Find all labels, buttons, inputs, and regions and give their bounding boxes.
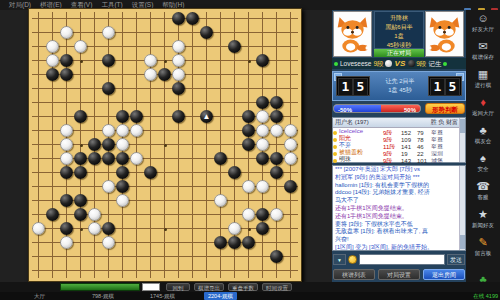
user-count-label: 用户名 (197) bbox=[335, 119, 369, 125]
toolbar-club-button[interactable]: ♣棋友会 bbox=[466, 122, 500, 150]
clock-digit: 1 bbox=[338, 78, 353, 96]
service-icon: ☎ bbox=[466, 178, 500, 194]
control-button-3[interactable]: 重盘手数 bbox=[228, 283, 258, 291]
user-list-scrollbar[interactable] bbox=[459, 118, 465, 162]
white-stone bbox=[256, 180, 269, 193]
toolbar-label: 新闻好友 bbox=[466, 222, 500, 229]
match-info-box: 升降棋黑贴6目半1盘45秒读秒 bbox=[374, 11, 424, 49]
toolbar-label: 棋谱保存 bbox=[466, 54, 500, 61]
menu-item[interactable]: 设置(S) bbox=[132, 1, 154, 8]
game-list-icon: ▦ bbox=[466, 66, 500, 82]
toolbar-message-button[interactable]: ✎留言板 bbox=[466, 234, 500, 262]
white-stone bbox=[284, 152, 297, 165]
white-stone bbox=[46, 54, 59, 67]
black-stone bbox=[60, 194, 73, 207]
white-stone bbox=[60, 138, 73, 151]
toolbar-label: 留言板 bbox=[466, 250, 500, 257]
black-stone bbox=[102, 138, 115, 151]
black-stone bbox=[158, 68, 171, 81]
taskbar-item-2[interactable]: 798-观棋 bbox=[88, 292, 118, 300]
white-stone bbox=[88, 222, 101, 235]
user-wins: 143 bbox=[401, 158, 417, 163]
control-button-4[interactable]: 时间设置 bbox=[262, 283, 292, 291]
star-point bbox=[248, 228, 251, 231]
star-point bbox=[164, 228, 167, 231]
star-point bbox=[164, 144, 167, 147]
chat-message: 兴奋! bbox=[335, 236, 465, 244]
user-list-header[interactable]: 用户名 (197) 胜 负 财富 bbox=[333, 118, 465, 128]
black-stone bbox=[88, 138, 101, 151]
white-stone bbox=[242, 208, 255, 221]
white-stone bbox=[284, 124, 297, 137]
bottom-tabs: 棋谱列表对局设置退出房间 bbox=[332, 268, 466, 281]
white-stone bbox=[242, 180, 255, 193]
black-stone bbox=[270, 110, 283, 123]
toolbar-shield-button[interactable]: ♠安全 bbox=[466, 150, 500, 178]
send-button[interactable]: 发送 bbox=[447, 254, 465, 265]
white-stone bbox=[60, 124, 73, 137]
white-stone bbox=[144, 54, 157, 67]
score-row: -50% 50% 形势判断 bbox=[332, 103, 466, 115]
white-stone bbox=[284, 138, 297, 151]
black-stone bbox=[214, 236, 227, 249]
black-stone bbox=[60, 166, 73, 179]
user-list-columns: 胜 负 财富 bbox=[431, 118, 458, 127]
white-stone bbox=[102, 236, 115, 249]
move-counter-box[interactable] bbox=[142, 283, 160, 291]
toolbar-game-list-button[interactable]: ▦进行棋 bbox=[466, 66, 500, 94]
black-stone bbox=[284, 180, 297, 193]
chat-input[interactable] bbox=[359, 254, 445, 265]
left-player-clock: 15 bbox=[336, 76, 370, 96]
toolbar-service-button[interactable]: ☎客服 bbox=[466, 178, 500, 206]
menu-item[interactable]: 帮助(H) bbox=[162, 1, 184, 8]
time-rule-line: 1盘 45秒 bbox=[373, 86, 427, 95]
user-losses: 101 bbox=[417, 158, 431, 163]
white-stone bbox=[270, 124, 283, 137]
user-row[interactable]: 不弃11段14146至尊 bbox=[333, 142, 465, 149]
right-player-avatar bbox=[425, 11, 464, 57]
right-online-dot bbox=[443, 62, 447, 66]
white-stone bbox=[144, 68, 157, 81]
chat-message: 还有1手棋1区间免提结束。 bbox=[335, 205, 465, 213]
black-stone bbox=[256, 96, 269, 109]
news-icon: ★ bbox=[466, 206, 500, 222]
toolbar-save-kifu-button[interactable]: ✉棋谱保存 bbox=[466, 38, 500, 66]
match-info-line: 升降棋 bbox=[375, 14, 423, 23]
control-button-2[interactable]: 棋谱导出 bbox=[194, 283, 224, 291]
left-player-rank: 9段 bbox=[373, 60, 383, 67]
chat-message: 马大不了 bbox=[335, 197, 465, 205]
clock-digit: 5 bbox=[353, 78, 368, 96]
chat-message: ddcoo [14段]: 兄弟姐妹才重要, 经济 bbox=[335, 189, 465, 197]
user-name: 阳光 bbox=[339, 135, 383, 142]
white-stone bbox=[214, 194, 227, 207]
save-kifu-icon: ✉ bbox=[466, 38, 500, 54]
white-stone bbox=[270, 208, 283, 221]
white-stone bbox=[74, 40, 87, 53]
taskbar-item-3[interactable]: 1745-观棋 bbox=[146, 292, 179, 300]
star-point bbox=[80, 144, 83, 147]
chat-lines: *** [2007年奥运] 宋大郎 [7段] vs村冠军 [9段] 的奥运对局开… bbox=[333, 166, 465, 252]
white-stone bbox=[172, 68, 185, 81]
black-stone bbox=[116, 152, 129, 165]
return-hall-icon: ♦ bbox=[466, 94, 500, 110]
right-player-rank: 9段 bbox=[416, 60, 426, 67]
timer-center-info: 让先 2目半 1盘 45秒 bbox=[373, 77, 427, 95]
taskbar: 在线 4199 大厅798-观棋1745-观棋2204-观棋 bbox=[0, 292, 500, 300]
star-point bbox=[80, 228, 83, 231]
white-stone bbox=[256, 110, 269, 123]
user-row[interactable]: 明珠9段143101城堡 bbox=[333, 156, 465, 163]
black-stone bbox=[256, 152, 269, 165]
white-stone bbox=[60, 26, 73, 39]
star-point bbox=[164, 60, 167, 63]
toolbar-friends-hall-button[interactable]: ☺好友大厅 bbox=[466, 10, 500, 38]
clock-digit: 5 bbox=[445, 78, 460, 96]
star-point bbox=[248, 60, 251, 63]
white-stone bbox=[46, 40, 59, 53]
white-stone bbox=[102, 124, 115, 137]
right-player-name: 记生 bbox=[428, 60, 441, 67]
black-stone bbox=[46, 68, 59, 81]
user-name: 被猫盖粉 bbox=[339, 149, 383, 156]
black-stone bbox=[116, 180, 129, 193]
black-stone bbox=[74, 166, 87, 179]
white-stone bbox=[172, 54, 185, 67]
black-stone bbox=[270, 96, 283, 109]
position-judge-button[interactable]: 形势判断 bbox=[425, 103, 465, 114]
black-stone bbox=[74, 110, 87, 123]
black-stone bbox=[102, 222, 115, 235]
message-icon: ✎ bbox=[466, 234, 500, 250]
bottom-tab-3[interactable]: 退出房间 bbox=[423, 269, 465, 280]
black-stone-icon bbox=[408, 60, 415, 67]
toolbar-return-hall-button[interactable]: ♦返回大厅 bbox=[466, 94, 500, 122]
channel-dropdown[interactable]: ▼ bbox=[333, 254, 346, 265]
black-stone bbox=[172, 110, 185, 123]
black-stone bbox=[46, 208, 59, 221]
menu-item[interactable]: 查看(V) bbox=[71, 1, 93, 8]
white-stone bbox=[116, 138, 129, 151]
chat-message: 村冠军 [9段] 的奥运对局开始 *** bbox=[335, 174, 465, 182]
right-player-clock: 15 bbox=[428, 76, 462, 96]
black-stone bbox=[270, 250, 283, 263]
black-stone bbox=[228, 166, 241, 179]
star-point bbox=[80, 60, 83, 63]
rule-line: 让先 2目半 bbox=[373, 77, 427, 86]
black-stone bbox=[60, 54, 73, 67]
toolbar-label: 客服 bbox=[466, 194, 500, 201]
move-control-bar: 50100150200 回到棋谱导出重盘手数时间设置 · · · 4199 bbox=[0, 282, 500, 292]
user-list[interactable]: 用户名 (197) 胜 负 财富 IceIceIce9段15279至尊阳光9段1… bbox=[332, 117, 466, 163]
toolbar-label: 返回大厅 bbox=[466, 110, 500, 117]
control-button-1[interactable]: 回到 bbox=[166, 283, 190, 291]
white-stone bbox=[102, 180, 115, 193]
toolbar-label: 棋友会 bbox=[466, 138, 500, 145]
menu-item[interactable]: 棋谱(E) bbox=[40, 1, 62, 8]
chat-message: *** [2007年奥运] 宋大郎 [7段] vs bbox=[335, 166, 465, 174]
white-stone-icon bbox=[385, 60, 392, 67]
user-name: IceIceIce bbox=[339, 128, 383, 135]
black-stone bbox=[60, 68, 73, 81]
side-toolbar: ☺好友大厅✉棋谱保存▦进行棋♦返回大厅♣棋友会♠安全☎客服★新闻好友✎留言板 bbox=[466, 10, 500, 300]
user-wealth: 城堡 bbox=[431, 158, 451, 163]
white-stone bbox=[130, 152, 143, 165]
black-stone bbox=[172, 12, 185, 25]
menu-item[interactable]: 对局(D) bbox=[9, 1, 31, 8]
chat-scrollbar[interactable] bbox=[459, 166, 465, 250]
fox-avatar-right bbox=[426, 12, 463, 56]
black-stone bbox=[256, 208, 269, 221]
left-online-dot bbox=[334, 62, 338, 66]
black-stone bbox=[74, 208, 87, 221]
black-stone bbox=[130, 110, 143, 123]
user-rank: 9段 bbox=[383, 158, 401, 163]
black-stone bbox=[144, 166, 157, 179]
black-stone bbox=[242, 236, 255, 249]
user-row[interactable]: IceIceIce9段15279至尊 bbox=[333, 128, 465, 135]
match-info-line: 黑贴6目半 bbox=[375, 23, 423, 32]
menu-item[interactable]: 工具(T) bbox=[101, 1, 122, 8]
last-move-marker: ▲ bbox=[200, 110, 213, 123]
black-stone bbox=[228, 40, 241, 53]
bottom-tab-1[interactable]: 棋谱列表 bbox=[333, 269, 375, 280]
black-stone: ▲ bbox=[200, 110, 213, 123]
tray-online-count: 在线 4199 bbox=[473, 292, 498, 300]
chat-message: hallomin [1段]: 有机会要学下假棋的 bbox=[335, 182, 465, 190]
black-stone bbox=[256, 222, 269, 235]
black-stone bbox=[102, 54, 115, 67]
toolbar-news-button[interactable]: ★新闻好友 bbox=[466, 206, 500, 234]
black-stone bbox=[102, 82, 115, 95]
black-stone bbox=[116, 110, 129, 123]
taskbar-item-1[interactable]: 大厅 bbox=[30, 292, 49, 300]
white-stone bbox=[116, 124, 129, 137]
vs-bar: Loveseese9段VS9段记生 bbox=[332, 58, 466, 69]
bottom-tab-2[interactable]: 对局设置 bbox=[378, 269, 420, 280]
white-stone bbox=[60, 152, 73, 165]
white-stone bbox=[256, 138, 269, 151]
white-stone bbox=[116, 194, 129, 207]
chat-message: [1区间] 变为 [3区间], 新的免猜开始。 bbox=[335, 244, 465, 252]
clock-digit: 1 bbox=[430, 78, 445, 96]
chat-message: 要将 [3段]: 下假棋水平也不低 bbox=[335, 221, 465, 229]
black-stone bbox=[186, 12, 199, 25]
black-stone bbox=[228, 236, 241, 249]
black-stone bbox=[74, 152, 87, 165]
vs-logo: VS bbox=[395, 59, 406, 68]
score-left-label: -50% bbox=[338, 107, 352, 113]
chat-pane[interactable]: *** [2007年奥运] 宋大郎 [7段] vs村冠军 [9段] 的奥运对局开… bbox=[332, 165, 466, 251]
user-rows[interactable]: IceIceIce9段15279至尊阳光9段10978至尊不弃11段14146至… bbox=[333, 128, 465, 163]
score-right-label: 50% bbox=[404, 107, 416, 113]
black-stone bbox=[74, 194, 87, 207]
move-slider[interactable]: 50100150200 bbox=[60, 283, 140, 291]
left-player-avatar bbox=[333, 11, 372, 57]
black-stone bbox=[102, 152, 115, 165]
game-panel: 升降棋黑贴6目半1盘45秒读秒 正在对局 Loveseese9段VS9段记生 ◀… bbox=[332, 10, 466, 282]
club-icon: ♣ bbox=[466, 122, 500, 138]
fox-avatar-left bbox=[334, 12, 371, 56]
board-grid[interactable]: ▲ bbox=[32, 12, 298, 278]
toolbar-label: 好友大厅 bbox=[466, 26, 500, 33]
black-stone bbox=[270, 166, 283, 179]
black-stone bbox=[242, 138, 255, 151]
toolbar-label: 进行棋 bbox=[466, 82, 500, 89]
chat-message: 无敌盘寒 [1段]: 看棋看出味来了, 真 bbox=[335, 228, 465, 236]
emoji-icon[interactable] bbox=[348, 255, 357, 264]
user-name: 明珠 bbox=[339, 156, 383, 163]
user-row[interactable]: 阳光9段10978至尊 bbox=[333, 135, 465, 142]
chat-message: 还有1手棋1区间免提结束。 bbox=[335, 213, 465, 221]
match-status: 正在对局 bbox=[374, 49, 424, 57]
medal-icon bbox=[333, 159, 337, 163]
black-stone bbox=[200, 26, 213, 39]
black-stone bbox=[60, 222, 73, 235]
black-stone bbox=[172, 82, 185, 95]
black-stone bbox=[116, 166, 129, 179]
user-name: 不弃 bbox=[339, 142, 383, 149]
white-stone bbox=[130, 124, 143, 137]
shield-icon: ♠ bbox=[466, 150, 500, 166]
user-row[interactable]: 被猫盖粉9段1922深圳 bbox=[333, 149, 465, 156]
white-stone bbox=[60, 236, 73, 249]
white-stone bbox=[228, 222, 241, 235]
black-stone bbox=[214, 152, 227, 165]
taskbar-item-4[interactable]: 2204-观棋 bbox=[204, 292, 237, 300]
white-stone bbox=[102, 26, 115, 39]
friends-hall-icon: ☺ bbox=[466, 10, 500, 26]
white-stone bbox=[172, 40, 185, 53]
black-stone bbox=[88, 152, 101, 165]
white-stone bbox=[88, 208, 101, 221]
timer-panel: ◀ ▶ 15 让先 2目半 1盘 45秒 15 bbox=[332, 71, 466, 101]
match-info-line: 1盘 bbox=[375, 32, 423, 41]
territory-score-bar: -50% 50% bbox=[333, 104, 421, 113]
black-stone bbox=[242, 124, 255, 137]
black-stone bbox=[270, 152, 283, 165]
toolbar-label: 安全 bbox=[466, 166, 500, 173]
chat-input-row: ▼ 发送 bbox=[332, 253, 466, 266]
go-board[interactable]: ▲ bbox=[28, 8, 302, 282]
black-stone bbox=[242, 110, 255, 123]
black-stone bbox=[256, 54, 269, 67]
left-player-name: Loveseese bbox=[340, 60, 371, 67]
white-stone bbox=[256, 124, 269, 137]
white-stone bbox=[32, 222, 45, 235]
window-controls[interactable] bbox=[462, 1, 498, 8]
